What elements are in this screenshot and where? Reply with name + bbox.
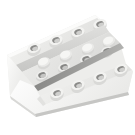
lego-brick-render [0, 0, 135, 135]
product-image-canvas [0, 0, 135, 135]
